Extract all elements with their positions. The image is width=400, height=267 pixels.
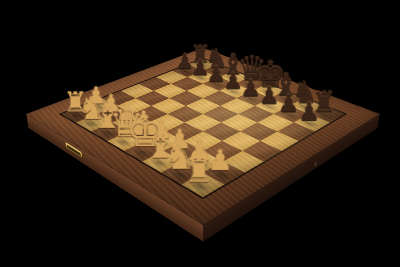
playing-grid: ♜♞♝♛♚♝♞♜♟♟♟♟♟♟♟♟♟♟♟♟♟♟♟♟♜♞♝♛♚♝♞♜	[59, 58, 347, 199]
square-g5[interactable]	[240, 123, 277, 141]
board-frame: ♜♞♝♛♚♝♞♜♟♟♟♟♟♟♟♟♟♟♟♟♟♟♟♟♜♞♝♛♚♝♞♜	[26, 48, 380, 225]
piece-black-pawn-h7[interactable]: ♟	[296, 99, 322, 124]
brass-plaque	[65, 142, 82, 158]
brass-plaque-engraving	[66, 144, 80, 156]
piece-white-rook-h1[interactable]: ♜	[184, 154, 214, 187]
clasp-knob-icon	[313, 161, 317, 170]
photo-background: ♜♞♝♛♚♝♞♜♟♟♟♟♟♟♟♟♟♟♟♟♟♟♟♟♜♞♝♛♚♝♞♜	[0, 0, 400, 267]
